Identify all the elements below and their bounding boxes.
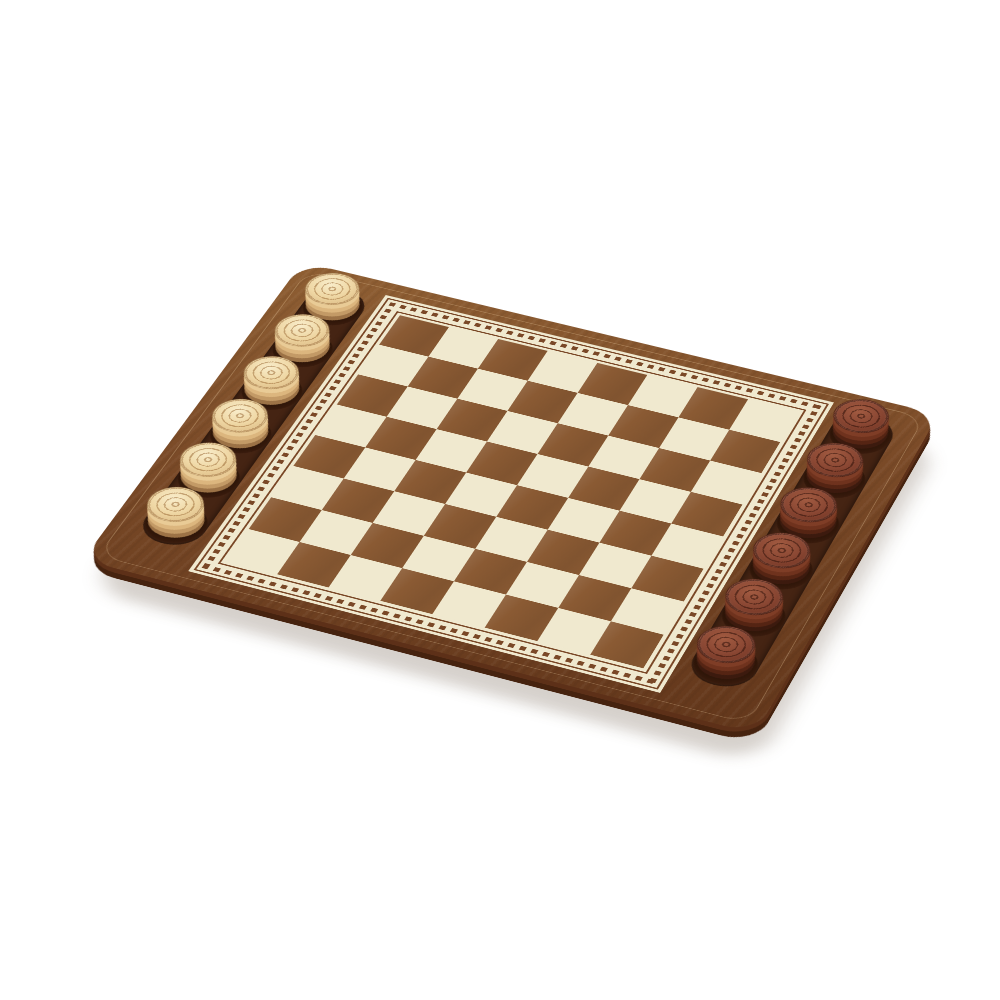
photo-background [0, 0, 1000, 1000]
checkers-board [83, 262, 939, 734]
